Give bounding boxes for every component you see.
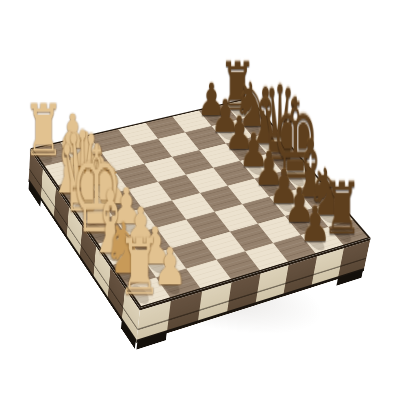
- chess-box: ♜♞♝♛♚♝♞♜♟♟♟♟♟♟♟♟♜♞♝♛♚♝♞♜♟♟♟♟♟♟♟♟: [30, 97, 370, 308]
- rook-glyph: ♜: [77, 228, 201, 306]
- product-photo-scene: ♜♞♝♛♚♝♞♜♟♟♟♟♟♟♟♟♜♞♝♛♚♝♞♜♟♟♟♟♟♟♟♟: [0, 0, 400, 400]
